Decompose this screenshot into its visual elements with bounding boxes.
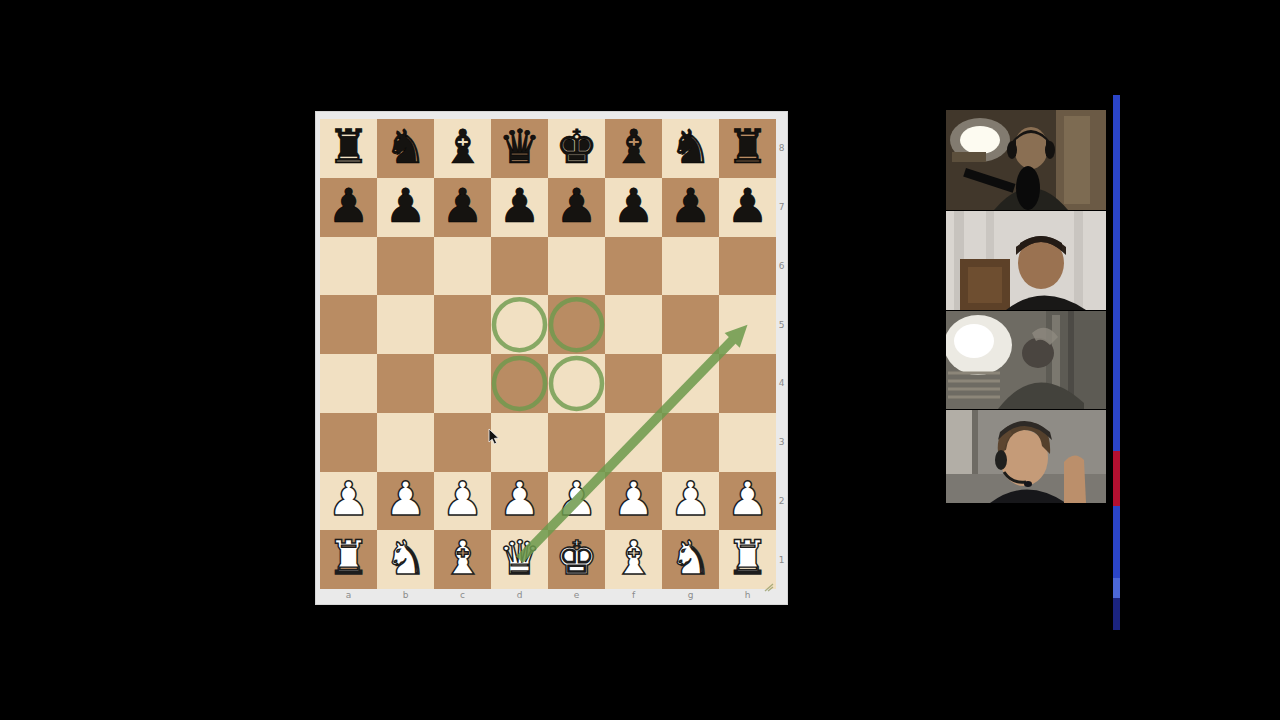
participant-video-1[interactable]	[946, 110, 1106, 210]
piece-black-rook[interactable]: ♜	[327, 123, 369, 170]
square-f7[interactable]: ♟	[605, 178, 662, 237]
piece-white-pawn[interactable]: ♟	[498, 475, 540, 522]
screen: ♜♞♝♛♚♝♞♜♟♟♟♟♟♟♟♟♟♟♟♟♟♟♟♟♜♞♝♛♚♝♞♜ 8765432…	[0, 0, 1280, 720]
square-a8[interactable]: ♜	[320, 119, 377, 178]
square-g4[interactable]	[662, 354, 719, 413]
piece-white-knight[interactable]: ♞	[384, 534, 426, 581]
file-label-c: c	[434, 590, 491, 603]
participant-3-frame	[946, 311, 1106, 409]
square-h1[interactable]: ♜	[719, 530, 776, 589]
accent-bar-blue-mid	[1113, 506, 1120, 578]
piece-black-pawn[interactable]: ♟	[669, 182, 711, 229]
square-f2[interactable]: ♟	[605, 472, 662, 531]
piece-white-pawn[interactable]: ♟	[384, 475, 426, 522]
square-e3[interactable]	[548, 413, 605, 472]
piece-black-pawn[interactable]: ♟	[441, 182, 483, 229]
piece-white-pawn[interactable]: ♟	[327, 475, 369, 522]
square-h3[interactable]	[719, 413, 776, 472]
square-c1[interactable]: ♝	[434, 530, 491, 589]
file-label-a: a	[320, 590, 377, 603]
rank-label-3: 3	[776, 413, 787, 472]
square-h8[interactable]: ♜	[719, 119, 776, 178]
square-a2[interactable]: ♟	[320, 472, 377, 531]
square-g1[interactable]: ♞	[662, 530, 719, 589]
piece-black-pawn[interactable]: ♟	[555, 182, 597, 229]
square-a5[interactable]	[320, 295, 377, 354]
piece-white-pawn[interactable]: ♟	[555, 475, 597, 522]
square-c2[interactable]: ♟	[434, 472, 491, 531]
square-d1[interactable]: ♛	[491, 530, 548, 589]
square-g7[interactable]: ♟	[662, 178, 719, 237]
piece-black-knight[interactable]: ♞	[384, 123, 426, 170]
piece-white-rook[interactable]: ♜	[726, 534, 768, 581]
square-d4[interactable]	[491, 354, 548, 413]
square-a4[interactable]	[320, 354, 377, 413]
square-a1[interactable]: ♜	[320, 530, 377, 589]
participant-video-2[interactable]	[946, 211, 1106, 310]
participant-4-frame	[946, 410, 1106, 503]
piece-black-king[interactable]: ♚	[555, 123, 597, 170]
participant-video-4[interactable]	[946, 410, 1106, 503]
board-resize-handle[interactable]	[763, 582, 775, 592]
square-c5[interactable]	[434, 295, 491, 354]
square-b4[interactable]	[377, 354, 434, 413]
piece-white-queen[interactable]: ♛	[498, 534, 540, 581]
square-e7[interactable]: ♟	[548, 178, 605, 237]
square-d8[interactable]: ♛	[491, 119, 548, 178]
square-e5[interactable]	[548, 295, 605, 354]
participant-1-frame	[946, 110, 1106, 210]
rank-label-1: 1	[776, 530, 787, 589]
square-e4[interactable]	[548, 354, 605, 413]
square-f3[interactable]	[605, 413, 662, 472]
piece-black-bishop[interactable]: ♝	[441, 123, 483, 170]
square-f5[interactable]	[605, 295, 662, 354]
square-g8[interactable]: ♞	[662, 119, 719, 178]
square-b2[interactable]: ♟	[377, 472, 434, 531]
square-h2[interactable]: ♟	[719, 472, 776, 531]
piece-white-pawn[interactable]: ♟	[726, 475, 768, 522]
piece-white-knight[interactable]: ♞	[669, 534, 711, 581]
piece-black-pawn[interactable]: ♟	[327, 182, 369, 229]
square-e2[interactable]: ♟	[548, 472, 605, 531]
file-label-g: g	[662, 590, 719, 603]
square-c3[interactable]	[434, 413, 491, 472]
piece-black-pawn[interactable]: ♟	[384, 182, 426, 229]
rank-coordinates: 87654321	[776, 119, 787, 589]
rank-label-2: 2	[776, 472, 787, 531]
square-c6[interactable]	[434, 237, 491, 296]
square-f4[interactable]	[605, 354, 662, 413]
chess-board[interactable]: ♜♞♝♛♚♝♞♜♟♟♟♟♟♟♟♟♟♟♟♟♟♟♟♟♜♞♝♛♚♝♞♜	[320, 119, 776, 589]
rank-label-6: 6	[776, 237, 787, 296]
piece-white-bishop[interactable]: ♝	[612, 534, 654, 581]
square-b3[interactable]	[377, 413, 434, 472]
chess-board-panel: ♜♞♝♛♚♝♞♜♟♟♟♟♟♟♟♟♟♟♟♟♟♟♟♟♜♞♝♛♚♝♞♜ 8765432…	[315, 111, 788, 605]
video-call-strip	[946, 110, 1106, 503]
piece-black-knight[interactable]: ♞	[669, 123, 711, 170]
square-g2[interactable]: ♟	[662, 472, 719, 531]
square-a6[interactable]	[320, 237, 377, 296]
piece-black-pawn[interactable]: ♟	[726, 182, 768, 229]
rank-label-8: 8	[776, 119, 787, 178]
piece-black-bishop[interactable]: ♝	[612, 123, 654, 170]
square-f8[interactable]: ♝	[605, 119, 662, 178]
piece-white-rook[interactable]: ♜	[327, 534, 369, 581]
participant-video-3[interactable]	[946, 311, 1106, 409]
square-c7[interactable]: ♟	[434, 178, 491, 237]
file-coordinates: abcdefgh	[320, 590, 776, 603]
square-c4[interactable]	[434, 354, 491, 413]
square-g6[interactable]	[662, 237, 719, 296]
square-b8[interactable]: ♞	[377, 119, 434, 178]
accent-bar-blue-top	[1113, 95, 1120, 451]
piece-black-pawn[interactable]: ♟	[612, 182, 654, 229]
piece-white-king[interactable]: ♚	[555, 534, 597, 581]
piece-white-bishop[interactable]: ♝	[441, 534, 483, 581]
square-e1[interactable]: ♚	[548, 530, 605, 589]
file-label-f: f	[605, 590, 662, 603]
rank-label-4: 4	[776, 354, 787, 413]
piece-black-queen[interactable]: ♛	[498, 123, 540, 170]
file-label-d: d	[491, 590, 548, 603]
accent-bar-light-blue	[1113, 578, 1120, 598]
square-f6[interactable]	[605, 237, 662, 296]
square-d7[interactable]: ♟	[491, 178, 548, 237]
square-h7[interactable]: ♟	[719, 178, 776, 237]
square-b7[interactable]: ♟	[377, 178, 434, 237]
sidebar-accent-bar	[1113, 95, 1120, 630]
participant-2-frame	[946, 211, 1106, 310]
square-d2[interactable]: ♟	[491, 472, 548, 531]
square-e6[interactable]	[548, 237, 605, 296]
square-b6[interactable]	[377, 237, 434, 296]
square-h6[interactable]	[719, 237, 776, 296]
square-h5[interactable]	[719, 295, 776, 354]
accent-bar-navy	[1113, 598, 1120, 630]
square-c8[interactable]: ♝	[434, 119, 491, 178]
square-b5[interactable]	[377, 295, 434, 354]
rank-label-7: 7	[776, 178, 787, 237]
square-e8[interactable]: ♚	[548, 119, 605, 178]
square-a7[interactable]: ♟	[320, 178, 377, 237]
square-f1[interactable]: ♝	[605, 530, 662, 589]
accent-bar-red	[1113, 451, 1120, 506]
piece-white-pawn[interactable]: ♟	[441, 475, 483, 522]
rank-label-5: 5	[776, 295, 787, 354]
square-d5[interactable]	[491, 295, 548, 354]
square-g5[interactable]	[662, 295, 719, 354]
square-d6[interactable]	[491, 237, 548, 296]
square-h4[interactable]	[719, 354, 776, 413]
square-g3[interactable]	[662, 413, 719, 472]
piece-white-pawn[interactable]: ♟	[669, 475, 711, 522]
mouse-cursor	[488, 428, 500, 446]
piece-black-rook[interactable]: ♜	[726, 123, 768, 170]
file-label-b: b	[377, 590, 434, 603]
piece-white-pawn[interactable]: ♟	[612, 475, 654, 522]
file-label-e: e	[548, 590, 605, 603]
piece-black-pawn[interactable]: ♟	[498, 182, 540, 229]
square-a3[interactable]	[320, 413, 377, 472]
square-b1[interactable]: ♞	[377, 530, 434, 589]
